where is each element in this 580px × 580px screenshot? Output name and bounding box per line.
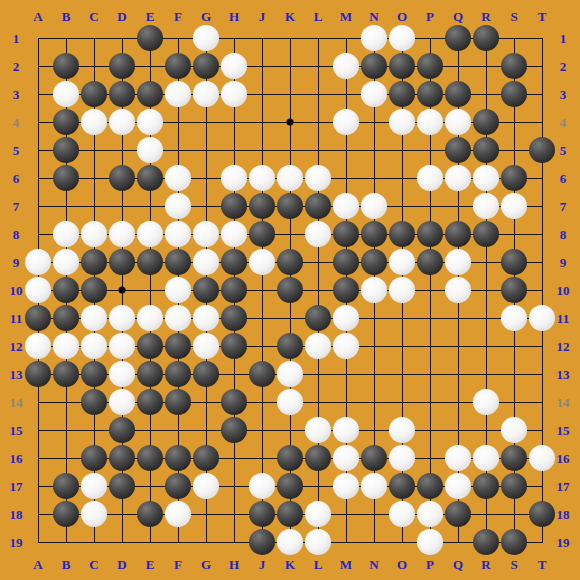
stone-white-P19	[417, 529, 443, 555]
row-label-right-15: 15	[557, 424, 570, 437]
col-label-top-F: F	[174, 10, 182, 23]
stone-white-J17	[249, 473, 275, 499]
col-label-bottom-T: T	[538, 558, 547, 571]
stone-black-A11	[25, 305, 51, 331]
col-label-top-L: L	[314, 10, 323, 23]
row-label-right-2: 2	[560, 60, 567, 73]
stone-white-B3	[53, 81, 79, 107]
stone-black-L16	[305, 445, 331, 471]
col-label-bottom-L: L	[314, 558, 323, 571]
row-label-left-6: 6	[13, 172, 20, 185]
col-label-bottom-F: F	[174, 558, 182, 571]
col-label-top-D: D	[117, 10, 126, 23]
stone-white-D13	[109, 361, 135, 387]
stone-black-S2	[501, 53, 527, 79]
stone-black-H7	[221, 193, 247, 219]
row-label-right-19: 19	[557, 536, 570, 549]
stone-black-B10	[53, 277, 79, 303]
stone-white-E8	[137, 221, 163, 247]
stone-black-D15	[109, 417, 135, 443]
row-label-left-12: 12	[10, 340, 23, 353]
stone-black-J18	[249, 501, 275, 527]
row-label-left-19: 19	[10, 536, 23, 549]
stone-black-B6	[53, 165, 79, 191]
col-label-bottom-S: S	[510, 558, 517, 571]
stone-black-H15	[221, 417, 247, 443]
stone-white-O4	[389, 109, 415, 135]
col-label-top-C: C	[89, 10, 98, 23]
stone-black-O2	[389, 53, 415, 79]
stone-black-B13	[53, 361, 79, 387]
stone-white-M16	[333, 445, 359, 471]
stone-white-P18	[417, 501, 443, 527]
stone-black-M9	[333, 249, 359, 275]
star-point-K4	[287, 119, 294, 126]
stone-black-Q5	[445, 137, 471, 163]
col-label-bottom-H: H	[229, 558, 239, 571]
stone-white-G9	[193, 249, 219, 275]
stone-black-O3	[389, 81, 415, 107]
stone-black-N9	[361, 249, 387, 275]
stone-black-Q1	[445, 25, 471, 51]
stone-white-F8	[165, 221, 191, 247]
stone-white-F3	[165, 81, 191, 107]
col-label-bottom-R: R	[481, 558, 490, 571]
stone-white-Q17	[445, 473, 471, 499]
stone-white-R6	[473, 165, 499, 191]
stone-black-P8	[417, 221, 443, 247]
stone-black-K9	[277, 249, 303, 275]
stone-black-K10	[277, 277, 303, 303]
stone-white-C18	[81, 501, 107, 527]
col-label-bottom-J: J	[259, 558, 266, 571]
stone-white-E11	[137, 305, 163, 331]
stone-black-S16	[501, 445, 527, 471]
stone-white-M4	[333, 109, 359, 135]
stone-black-N2	[361, 53, 387, 79]
stone-black-E18	[137, 501, 163, 527]
stone-white-S15	[501, 417, 527, 443]
stone-black-P3	[417, 81, 443, 107]
stone-white-R16	[473, 445, 499, 471]
row-label-right-17: 17	[557, 480, 570, 493]
stone-black-J19	[249, 529, 275, 555]
stone-black-N16	[361, 445, 387, 471]
go-board[interactable]: ABCDEFGHJKLMNOPQRST ABCDEFGHJKLMNOPQRST …	[0, 0, 580, 580]
stone-white-D4	[109, 109, 135, 135]
stone-white-Q9	[445, 249, 471, 275]
col-label-top-M: M	[340, 10, 352, 23]
stone-black-P17	[417, 473, 443, 499]
stone-black-B4	[53, 109, 79, 135]
row-label-right-1: 1	[560, 32, 567, 45]
stone-white-J6	[249, 165, 275, 191]
stone-black-F16	[165, 445, 191, 471]
stone-black-S3	[501, 81, 527, 107]
stone-black-N8	[361, 221, 387, 247]
stone-black-J7	[249, 193, 275, 219]
row-label-right-9: 9	[560, 256, 567, 269]
row-label-right-13: 13	[557, 368, 570, 381]
stone-black-Q8	[445, 221, 471, 247]
stone-black-T5	[529, 137, 555, 163]
stone-white-E4	[137, 109, 163, 135]
stone-white-M12	[333, 333, 359, 359]
stone-black-O8	[389, 221, 415, 247]
row-label-right-6: 6	[560, 172, 567, 185]
stone-white-C17	[81, 473, 107, 499]
stone-white-M15	[333, 417, 359, 443]
col-label-top-J: J	[259, 10, 266, 23]
stone-white-M2	[333, 53, 359, 79]
row-label-left-5: 5	[13, 144, 20, 157]
stone-black-C10	[81, 277, 107, 303]
stone-black-H10	[221, 277, 247, 303]
stone-white-G3	[193, 81, 219, 107]
stone-black-L11	[305, 305, 331, 331]
stone-black-A13	[25, 361, 51, 387]
stone-black-D3	[109, 81, 135, 107]
col-label-bottom-C: C	[89, 558, 98, 571]
stone-white-Q16	[445, 445, 471, 471]
stone-white-C12	[81, 333, 107, 359]
stone-black-S9	[501, 249, 527, 275]
stone-white-D8	[109, 221, 135, 247]
stone-black-R19	[473, 529, 499, 555]
stone-black-E13	[137, 361, 163, 387]
row-label-right-10: 10	[557, 284, 570, 297]
stone-white-N1	[361, 25, 387, 51]
stone-black-R4	[473, 109, 499, 135]
stone-black-B2	[53, 53, 79, 79]
stone-black-F2	[165, 53, 191, 79]
row-label-right-5: 5	[560, 144, 567, 157]
col-label-top-O: O	[397, 10, 407, 23]
stone-white-P4	[417, 109, 443, 135]
stone-black-J13	[249, 361, 275, 387]
stone-black-R17	[473, 473, 499, 499]
col-label-top-A: A	[33, 10, 42, 23]
stone-black-Q18	[445, 501, 471, 527]
stone-black-D9	[109, 249, 135, 275]
col-label-top-G: G	[201, 10, 211, 23]
stone-black-G2	[193, 53, 219, 79]
row-label-left-1: 1	[13, 32, 20, 45]
stone-white-R7	[473, 193, 499, 219]
stone-black-E1	[137, 25, 163, 51]
stone-black-F9	[165, 249, 191, 275]
stone-white-F18	[165, 501, 191, 527]
row-label-right-3: 3	[560, 88, 567, 101]
row-label-left-3: 3	[13, 88, 20, 101]
stone-black-R8	[473, 221, 499, 247]
stone-black-F17	[165, 473, 191, 499]
stone-white-N7	[361, 193, 387, 219]
stone-white-G12	[193, 333, 219, 359]
row-label-left-11: 11	[10, 312, 22, 325]
stone-black-S6	[501, 165, 527, 191]
stone-white-K14	[277, 389, 303, 415]
stone-white-A9	[25, 249, 51, 275]
stone-white-O10	[389, 277, 415, 303]
stone-white-D14	[109, 389, 135, 415]
stone-white-L12	[305, 333, 331, 359]
col-label-top-H: H	[229, 10, 239, 23]
col-label-bottom-N: N	[369, 558, 378, 571]
stone-white-Q10	[445, 277, 471, 303]
col-label-top-R: R	[481, 10, 490, 23]
stone-white-B9	[53, 249, 79, 275]
stone-black-H9	[221, 249, 247, 275]
col-label-top-S: S	[510, 10, 517, 23]
stone-black-S17	[501, 473, 527, 499]
stone-black-J8	[249, 221, 275, 247]
col-label-bottom-D: D	[117, 558, 126, 571]
stone-black-C14	[81, 389, 107, 415]
stone-white-N17	[361, 473, 387, 499]
stone-white-C8	[81, 221, 107, 247]
stone-black-E6	[137, 165, 163, 191]
stone-black-S10	[501, 277, 527, 303]
stone-white-H2	[221, 53, 247, 79]
stone-white-K13	[277, 361, 303, 387]
stone-black-B18	[53, 501, 79, 527]
row-label-left-18: 18	[10, 508, 23, 521]
stone-white-A12	[25, 333, 51, 359]
row-label-right-11: 11	[557, 312, 569, 325]
stone-white-B12	[53, 333, 79, 359]
row-label-left-16: 16	[10, 452, 23, 465]
stone-black-F13	[165, 361, 191, 387]
stone-black-M10	[333, 277, 359, 303]
stone-black-G10	[193, 277, 219, 303]
stone-white-H8	[221, 221, 247, 247]
stone-white-K19	[277, 529, 303, 555]
stone-black-G13	[193, 361, 219, 387]
stone-black-B5	[53, 137, 79, 163]
stone-white-R14	[473, 389, 499, 415]
col-label-top-Q: Q	[453, 10, 463, 23]
stone-black-G16	[193, 445, 219, 471]
stone-black-E16	[137, 445, 163, 471]
stone-white-J9	[249, 249, 275, 275]
stone-black-M8	[333, 221, 359, 247]
row-label-left-17: 17	[10, 480, 23, 493]
stone-black-E14	[137, 389, 163, 415]
row-label-left-10: 10	[10, 284, 23, 297]
stone-black-C13	[81, 361, 107, 387]
row-label-right-12: 12	[557, 340, 570, 353]
col-label-bottom-P: P	[426, 558, 434, 571]
stone-white-Q6	[445, 165, 471, 191]
stone-white-T16	[529, 445, 555, 471]
stone-white-G11	[193, 305, 219, 331]
col-label-bottom-M: M	[340, 558, 352, 571]
stone-black-S19	[501, 529, 527, 555]
stone-white-O16	[389, 445, 415, 471]
stone-black-O17	[389, 473, 415, 499]
stone-black-F14	[165, 389, 191, 415]
row-label-left-4: 4	[13, 116, 20, 129]
col-label-bottom-E: E	[146, 558, 155, 571]
stone-black-E3	[137, 81, 163, 107]
col-label-bottom-A: A	[33, 558, 42, 571]
stone-white-A10	[25, 277, 51, 303]
stone-white-M7	[333, 193, 359, 219]
row-label-right-14: 14	[557, 396, 570, 409]
stone-white-N3	[361, 81, 387, 107]
stone-black-D17	[109, 473, 135, 499]
stone-white-M11	[333, 305, 359, 331]
stone-black-D6	[109, 165, 135, 191]
stone-black-B11	[53, 305, 79, 331]
stone-white-O18	[389, 501, 415, 527]
stone-white-F11	[165, 305, 191, 331]
col-label-top-T: T	[538, 10, 547, 23]
stone-black-D16	[109, 445, 135, 471]
stone-black-F12	[165, 333, 191, 359]
stone-black-E9	[137, 249, 163, 275]
stone-white-L6	[305, 165, 331, 191]
col-label-top-K: K	[285, 10, 295, 23]
col-label-top-E: E	[146, 10, 155, 23]
col-label-bottom-B: B	[62, 558, 71, 571]
col-label-bottom-Q: Q	[453, 558, 463, 571]
stone-white-O9	[389, 249, 415, 275]
stone-black-R5	[473, 137, 499, 163]
stone-black-E12	[137, 333, 163, 359]
stone-white-S11	[501, 305, 527, 331]
row-label-left-2: 2	[13, 60, 20, 73]
row-label-left-14: 14	[10, 396, 23, 409]
stone-white-G8	[193, 221, 219, 247]
stone-black-C3	[81, 81, 107, 107]
row-label-right-4: 4	[560, 116, 567, 129]
stone-white-L15	[305, 417, 331, 443]
stone-white-F6	[165, 165, 191, 191]
stone-black-H12	[221, 333, 247, 359]
stone-white-C11	[81, 305, 107, 331]
stone-black-Q3	[445, 81, 471, 107]
stone-white-D11	[109, 305, 135, 331]
stone-white-O1	[389, 25, 415, 51]
row-label-left-8: 8	[13, 228, 20, 241]
stone-black-K7	[277, 193, 303, 219]
stone-white-K6	[277, 165, 303, 191]
stone-white-C4	[81, 109, 107, 135]
stone-black-B17	[53, 473, 79, 499]
stone-white-P6	[417, 165, 443, 191]
stone-black-P2	[417, 53, 443, 79]
stone-black-K17	[277, 473, 303, 499]
stone-white-H6	[221, 165, 247, 191]
stone-black-P9	[417, 249, 443, 275]
stone-white-T11	[529, 305, 555, 331]
stone-white-O15	[389, 417, 415, 443]
col-label-top-P: P	[426, 10, 434, 23]
stone-white-B8	[53, 221, 79, 247]
stone-black-H11	[221, 305, 247, 331]
col-label-bottom-G: G	[201, 558, 211, 571]
stone-black-R1	[473, 25, 499, 51]
row-label-right-8: 8	[560, 228, 567, 241]
stone-white-Q4	[445, 109, 471, 135]
stone-white-H3	[221, 81, 247, 107]
row-label-right-16: 16	[557, 452, 570, 465]
col-label-bottom-O: O	[397, 558, 407, 571]
stone-white-L19	[305, 529, 331, 555]
stone-white-L8	[305, 221, 331, 247]
stone-white-D12	[109, 333, 135, 359]
stone-black-L7	[305, 193, 331, 219]
row-label-right-7: 7	[560, 200, 567, 213]
row-label-left-15: 15	[10, 424, 23, 437]
stone-black-K16	[277, 445, 303, 471]
stone-white-F7	[165, 193, 191, 219]
row-label-left-13: 13	[10, 368, 23, 381]
stone-white-G17	[193, 473, 219, 499]
star-point-D10	[119, 287, 126, 294]
stone-white-M17	[333, 473, 359, 499]
stone-black-C9	[81, 249, 107, 275]
stone-white-G1	[193, 25, 219, 51]
col-label-top-B: B	[62, 10, 71, 23]
stone-white-F10	[165, 277, 191, 303]
stone-black-H14	[221, 389, 247, 415]
col-label-bottom-K: K	[285, 558, 295, 571]
stone-white-L18	[305, 501, 331, 527]
stone-black-K12	[277, 333, 303, 359]
stone-black-K18	[277, 501, 303, 527]
row-label-left-7: 7	[13, 200, 20, 213]
stone-white-N10	[361, 277, 387, 303]
stone-black-T18	[529, 501, 555, 527]
row-label-left-9: 9	[13, 256, 20, 269]
row-label-right-18: 18	[557, 508, 570, 521]
col-label-top-N: N	[369, 10, 378, 23]
stone-white-E5	[137, 137, 163, 163]
stone-black-D2	[109, 53, 135, 79]
stone-black-C16	[81, 445, 107, 471]
stone-white-S7	[501, 193, 527, 219]
